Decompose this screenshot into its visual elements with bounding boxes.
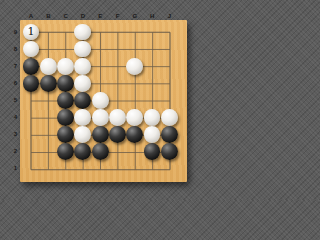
board-cell[interactable]: ○	[74, 75, 91, 92]
column-label: B	[43, 13, 53, 20]
black-stone: ●	[57, 126, 74, 143]
white-stone: ○	[92, 109, 109, 126]
black-stone: ●	[161, 143, 178, 160]
row-label: 6	[8, 80, 17, 87]
board-cell[interactable]: ●	[143, 143, 160, 160]
go-board: ○1○○○●○○○○●●●○●●○●○○○○○○●○●●●○●●●●●●	[20, 20, 187, 182]
board-cell[interactable]	[92, 41, 109, 58]
white-stone: ○	[74, 75, 91, 92]
white-stone: ○	[74, 24, 91, 41]
board-cell[interactable]: ●	[57, 92, 74, 109]
board-cell[interactable]: ●	[74, 92, 91, 109]
board-cell[interactable]	[40, 143, 57, 160]
board-cell[interactable]	[143, 41, 160, 58]
row-label: 3	[8, 131, 17, 138]
board-cell[interactable]	[126, 92, 143, 109]
board-cell[interactable]	[126, 41, 143, 58]
board-cell[interactable]: ●	[22, 75, 39, 92]
board-cell[interactable]: ●	[40, 75, 57, 92]
white-stone: ○	[74, 41, 91, 58]
board-cell[interactable]: ○	[109, 109, 126, 126]
board-cell[interactable]: ○	[143, 126, 160, 143]
board-cell[interactable]: ●	[57, 126, 74, 143]
board-cell[interactable]	[57, 160, 74, 177]
row-label: 9	[8, 29, 17, 36]
board-cell[interactable]	[92, 160, 109, 177]
black-stone: ●	[57, 92, 74, 109]
white-stone: ○	[40, 58, 57, 75]
white-stone: ○	[57, 58, 74, 75]
board-cell[interactable]: ○	[126, 109, 143, 126]
row-label: 8	[8, 46, 17, 53]
board-cell[interactable]: ●	[74, 143, 91, 160]
column-label: H	[147, 13, 157, 20]
board-cell[interactable]	[161, 92, 178, 109]
board-cell[interactable]	[22, 109, 39, 126]
board-cell[interactable]	[143, 58, 160, 75]
white-stone: ○	[126, 58, 143, 75]
row-label: 5	[8, 97, 17, 104]
board-cell[interactable]	[161, 58, 178, 75]
board-cell[interactable]: ●	[92, 126, 109, 143]
white-stone: ○	[23, 41, 40, 58]
row-label: 7	[8, 63, 17, 70]
white-stone: ○	[161, 109, 178, 126]
board-cell[interactable]: ●	[22, 58, 39, 75]
row-label: 1	[8, 165, 17, 172]
board-cell[interactable]: ○	[74, 23, 91, 40]
white-stone: ○	[74, 109, 91, 126]
white-stone: ○1	[23, 24, 40, 41]
board-cell[interactable]	[57, 41, 74, 58]
board-cell[interactable]: ○	[22, 41, 39, 58]
black-stone: ●	[74, 143, 91, 160]
board-cell[interactable]	[40, 23, 57, 40]
board-cell[interactable]	[126, 75, 143, 92]
board-cell[interactable]	[126, 160, 143, 177]
board-cell[interactable]: ●	[161, 143, 178, 160]
board-cell[interactable]: ○	[161, 109, 178, 126]
move-number-label: 1	[27, 26, 34, 37]
board-cell[interactable]	[109, 143, 126, 160]
board-cell[interactable]	[143, 23, 160, 40]
board-cell[interactable]	[143, 160, 160, 177]
column-label: G	[130, 13, 140, 20]
column-label: A	[26, 13, 36, 20]
black-stone: ●	[23, 58, 40, 75]
white-stone: ○	[144, 126, 161, 143]
board-cell[interactable]	[57, 23, 74, 40]
board-cell[interactable]	[143, 75, 160, 92]
board-cell[interactable]	[92, 23, 109, 40]
white-stone: ○	[126, 109, 143, 126]
board-cell[interactable]	[143, 92, 160, 109]
board-cell[interactable]: ●	[109, 126, 126, 143]
white-stone: ○	[92, 92, 109, 109]
board-cell[interactable]: ○	[74, 109, 91, 126]
white-stone: ○	[74, 126, 91, 143]
black-stone: ●	[74, 92, 91, 109]
black-stone: ●	[109, 126, 126, 143]
column-label: F	[113, 13, 123, 20]
board-cell[interactable]	[109, 160, 126, 177]
board-cell[interactable]: ●	[92, 143, 109, 160]
column-label: C	[61, 13, 71, 20]
board-cell[interactable]	[22, 92, 39, 109]
board-cell[interactable]: ●	[57, 109, 74, 126]
board-cell[interactable]	[22, 143, 39, 160]
white-stone: ○	[144, 109, 161, 126]
board-cell[interactable]	[109, 41, 126, 58]
board-cell[interactable]: ○	[74, 41, 91, 58]
board-cell[interactable]: ○	[40, 58, 57, 75]
board-cell[interactable]	[40, 109, 57, 126]
black-stone: ●	[126, 126, 143, 143]
board-cell[interactable]	[92, 58, 109, 75]
board-cell[interactable]	[109, 75, 126, 92]
board-cell[interactable]	[40, 92, 57, 109]
board-cell[interactable]	[92, 75, 109, 92]
board-cell[interactable]: ●	[57, 143, 74, 160]
board-cell[interactable]	[109, 23, 126, 40]
board-cell[interactable]: ●	[161, 126, 178, 143]
board-cell[interactable]	[161, 41, 178, 58]
black-stone: ●	[23, 75, 40, 92]
board-cell[interactable]	[40, 41, 57, 58]
board-cell[interactable]: ○	[92, 109, 109, 126]
board-cell[interactable]	[40, 160, 57, 177]
board-cell[interactable]: ●	[57, 75, 74, 92]
board-grid: ○1○○○●○○○○●●●○●●○●○○○○○○●○●●●○●●●●●●	[22, 23, 178, 177]
column-label: D	[78, 13, 88, 20]
board-cell[interactable]	[126, 23, 143, 40]
black-stone: ●	[92, 143, 109, 160]
board-cell[interactable]	[22, 126, 39, 143]
column-label: E	[95, 13, 105, 20]
board-cell[interactable]	[161, 160, 178, 177]
black-stone: ●	[161, 126, 178, 143]
board-cell[interactable]	[126, 143, 143, 160]
board-cell[interactable]	[40, 126, 57, 143]
board-cell[interactable]: ○1	[22, 23, 39, 40]
white-stone: ○	[109, 109, 126, 126]
board-cell[interactable]: ○	[57, 58, 74, 75]
board-cell[interactable]: ○	[92, 92, 109, 109]
black-stone: ●	[92, 126, 109, 143]
board-cell[interactable]: ●	[126, 126, 143, 143]
board-cell[interactable]	[109, 92, 126, 109]
column-label: J	[164, 13, 174, 20]
board-cell[interactable]: ○	[74, 126, 91, 143]
board-cell[interactable]	[161, 23, 178, 40]
board-cell[interactable]	[22, 160, 39, 177]
row-label: 4	[8, 114, 17, 121]
board-cell[interactable]	[161, 75, 178, 92]
black-stone: ●	[57, 109, 74, 126]
board-cell[interactable]: ○	[143, 109, 160, 126]
board-cell[interactable]: ○	[74, 58, 91, 75]
board-cell[interactable]: ○	[126, 58, 143, 75]
board-cell[interactable]	[74, 160, 91, 177]
black-stone: ●	[57, 143, 74, 160]
black-stone: ●	[40, 75, 57, 92]
row-label: 2	[8, 148, 17, 155]
black-stone: ●	[144, 143, 161, 160]
black-stone: ●	[57, 75, 74, 92]
board-cell[interactable]	[109, 58, 126, 75]
white-stone: ○	[74, 58, 91, 75]
